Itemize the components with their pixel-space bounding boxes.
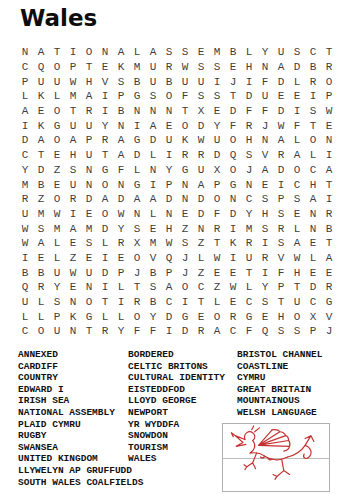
grid-cell: N: [257, 133, 273, 148]
grid-cell: F: [257, 104, 273, 119]
grid-cell: S: [209, 60, 225, 75]
grid-cell: U: [17, 207, 33, 222]
grid-cell: U: [49, 324, 65, 339]
grid-cell: C: [241, 295, 257, 310]
grid-cell: S: [193, 60, 209, 75]
grid-cell: O: [161, 89, 177, 104]
grid-cell: Z: [193, 236, 209, 251]
grid-cell: H: [289, 265, 305, 280]
grid-cell: I: [257, 236, 273, 251]
grid-cell: E: [209, 265, 225, 280]
grid-cell: W: [289, 251, 305, 266]
grid-cell: J: [321, 324, 337, 339]
grid-cell: E: [81, 251, 97, 266]
word-list-item: BORDERED: [128, 349, 225, 361]
grid-cell: E: [65, 236, 81, 251]
grid-cell: Y: [161, 163, 177, 178]
grid-cell: U: [257, 89, 273, 104]
grid-cell: I: [97, 89, 113, 104]
grid-cell: H: [241, 60, 257, 75]
grid-cell: R: [17, 192, 33, 207]
grid-cell: Y: [257, 45, 273, 60]
grid-cell: A: [321, 251, 337, 266]
grid-cell: L: [97, 309, 113, 324]
grid-cell: D: [273, 74, 289, 89]
grid-cell: N: [257, 60, 273, 75]
grid-cell: U: [65, 177, 81, 192]
grid-cell: C: [17, 324, 33, 339]
word-list-item: WELSH LANGUAGE: [237, 407, 323, 419]
grid-cell: E: [305, 265, 321, 280]
word-list-item: WALES: [128, 453, 225, 465]
grid-cell: L: [241, 45, 257, 60]
grid-cell: I: [97, 104, 113, 119]
grid-cell: Y: [241, 207, 257, 222]
grid-cell: U: [33, 74, 49, 89]
grid-cell: F: [241, 104, 257, 119]
word-list-column-1: ANNEXEDCARDIFFCOUNTRYEDWARD IIRISH SEANA…: [18, 349, 143, 488]
grid-cell: O: [49, 104, 65, 119]
grid-cell: A: [129, 192, 145, 207]
grid-cell: O: [97, 207, 113, 222]
grid-cell: A: [113, 148, 129, 163]
grid-cell: S: [257, 192, 273, 207]
grid-cell: T: [129, 280, 145, 295]
grid-cell: E: [225, 60, 241, 75]
grid-cell: S: [273, 236, 289, 251]
word-list-item: PLAID CYMRU: [18, 419, 143, 431]
grid-cell: E: [97, 60, 113, 75]
grid-cell: N: [225, 192, 241, 207]
grid-cell: M: [81, 221, 97, 236]
grid-cell: D: [209, 148, 225, 163]
grid-cell: S: [193, 89, 209, 104]
word-list-item: LLYWELYN AP GRUFFUDD: [18, 465, 143, 477]
grid-cell: A: [193, 177, 209, 192]
grid-cell: O: [289, 163, 305, 178]
grid-cell: R: [225, 309, 241, 324]
grid-cell: A: [257, 163, 273, 178]
grid-cell: V: [145, 251, 161, 266]
word-list-item: RUGBY: [18, 430, 143, 442]
grid-cell: D: [193, 118, 209, 133]
grid-cell: D: [161, 309, 177, 324]
grid-cell: L: [289, 133, 305, 148]
grid-cell: W: [177, 60, 193, 75]
grid-cell: N: [161, 104, 177, 119]
grid-cell: E: [193, 45, 209, 60]
grid-cell: T: [81, 60, 97, 75]
grid-cell: U: [209, 133, 225, 148]
grid-cell: K: [225, 236, 241, 251]
grid-cell: B: [33, 177, 49, 192]
grid-cell: S: [177, 236, 193, 251]
grid-cell: T: [305, 118, 321, 133]
grid-cell: D: [225, 207, 241, 222]
grid-cell: P: [273, 192, 289, 207]
grid-cell: L: [305, 148, 321, 163]
grid-cell: P: [273, 280, 289, 295]
grid-cell: R: [257, 251, 273, 266]
grid-cell: E: [177, 207, 193, 222]
grid-cell: D: [273, 104, 289, 119]
grid-cell: I: [321, 192, 337, 207]
grid-cell: I: [97, 280, 113, 295]
grid-cell: O: [209, 309, 225, 324]
grid-cell: S: [257, 295, 273, 310]
grid-cell: U: [81, 148, 97, 163]
grid-cell: R: [273, 221, 289, 236]
grid-cell: G: [129, 177, 145, 192]
grid-cell: J: [129, 265, 145, 280]
grid-cell: Y: [113, 221, 129, 236]
grid-cell: P: [81, 133, 97, 148]
grid-cell: D: [81, 192, 97, 207]
grid-cell: I: [129, 118, 145, 133]
grid-cell: M: [241, 221, 257, 236]
grid-cell: R: [33, 280, 49, 295]
grid-cell: D: [97, 265, 113, 280]
grid-cell: N: [81, 280, 97, 295]
grid-cell: P: [49, 309, 65, 324]
grid-cell: N: [17, 45, 33, 60]
grid-cell: G: [225, 177, 241, 192]
grid-cell: D: [129, 148, 145, 163]
grid-cell: U: [193, 74, 209, 89]
grid-cell: R: [241, 236, 257, 251]
grid-cell: C: [193, 280, 209, 295]
word-list-item: GREAT BRITAIN: [237, 384, 323, 396]
grid-cell: N: [321, 133, 337, 148]
grid-cell: G: [97, 163, 113, 178]
grid-cell: I: [273, 177, 289, 192]
grid-cell: A: [145, 45, 161, 60]
grid-cell: A: [145, 118, 161, 133]
word-list-item: NEWPORT: [128, 407, 225, 419]
grid-cell: L: [33, 309, 49, 324]
grid-cell: A: [289, 236, 305, 251]
grid-cell: T: [273, 295, 289, 310]
grid-cell: N: [97, 45, 113, 60]
grid-cell: L: [113, 309, 129, 324]
grid-cell: U: [81, 265, 97, 280]
grid-cell: L: [129, 163, 145, 178]
grid-cell: R: [97, 133, 113, 148]
grid-cell: I: [241, 74, 257, 89]
grid-cell: L: [49, 251, 65, 266]
grid-cell: O: [209, 192, 225, 207]
grid-cell: E: [273, 89, 289, 104]
grid-cell: W: [209, 251, 225, 266]
grid-cell: K: [65, 309, 81, 324]
grid-cell: V: [321, 309, 337, 324]
grid-cell: A: [113, 133, 129, 148]
grid-cell: E: [33, 251, 49, 266]
grid-cell: L: [145, 207, 161, 222]
grid-cell: C: [305, 295, 321, 310]
grid-cell: H: [241, 133, 257, 148]
grid-cell: C: [305, 45, 321, 60]
grid-cell: F: [129, 324, 145, 339]
grid-cell: D: [161, 192, 177, 207]
grid-cell: U: [49, 74, 65, 89]
grid-cell: S: [161, 45, 177, 60]
grid-cell: B: [145, 265, 161, 280]
grid-cell: S: [49, 295, 65, 310]
grid-cell: N: [145, 163, 161, 178]
grid-cell: N: [113, 118, 129, 133]
grid-cell: R: [113, 236, 129, 251]
grid-cell: E: [113, 251, 129, 266]
grid-cell: S: [145, 89, 161, 104]
grid-cell: P: [161, 177, 177, 192]
grid-cell: F: [145, 324, 161, 339]
grid-cell: I: [113, 295, 129, 310]
grid-cell: G: [49, 118, 65, 133]
grid-cell: Z: [193, 265, 209, 280]
grid-cell: A: [33, 236, 49, 251]
grid-cell: N: [65, 324, 81, 339]
grid-cell: H: [81, 74, 97, 89]
grid-cell: U: [161, 133, 177, 148]
grid-cell: O: [321, 74, 337, 89]
grid-cell: E: [321, 118, 337, 133]
grid-cell: A: [273, 60, 289, 75]
grid-cell: M: [209, 45, 225, 60]
grid-cell: L: [49, 89, 65, 104]
grid-cell: O: [49, 133, 65, 148]
grid-cell: U: [273, 45, 289, 60]
grid-cell: I: [225, 221, 241, 236]
grid-cell: L: [209, 295, 225, 310]
grid-cell: U: [65, 118, 81, 133]
grid-cell: I: [161, 324, 177, 339]
grid-cell: N: [177, 177, 193, 192]
grid-cell: P: [161, 265, 177, 280]
grid-cell: E: [225, 265, 241, 280]
grid-cell: E: [289, 89, 305, 104]
grid-cell: P: [305, 324, 321, 339]
grid-cell: M: [129, 60, 145, 75]
grid-cell: M: [17, 177, 33, 192]
grid-cell: V: [273, 251, 289, 266]
grid-cell: O: [97, 177, 113, 192]
grid-cell: U: [81, 118, 97, 133]
grid-cell: F: [225, 118, 241, 133]
word-list-item: CULTURAL IDENTITY: [128, 372, 225, 384]
grid-cell: H: [257, 207, 273, 222]
grid-cell: D: [305, 280, 321, 295]
grid-cell: L: [49, 236, 65, 251]
grid-cell: L: [97, 236, 113, 251]
grid-cell: S: [145, 280, 161, 295]
grid-cell: E: [161, 118, 177, 133]
grid-cell: W: [17, 221, 33, 236]
grid-cell: W: [321, 104, 337, 119]
grid-cell: O: [49, 192, 65, 207]
word-list-item: SNOWDON: [128, 430, 225, 442]
grid-cell: E: [321, 265, 337, 280]
grid-cell: W: [113, 207, 129, 222]
grid-cell: U: [145, 74, 161, 89]
grid-cell: I: [145, 177, 161, 192]
word-list-item: EISTEDDFOD: [128, 384, 225, 396]
grid-cell: P: [65, 60, 81, 75]
grid-cell: G: [241, 309, 257, 324]
grid-cell: T: [289, 280, 305, 295]
grid-cell: K: [33, 89, 49, 104]
grid-cell: N: [81, 163, 97, 178]
word-list-item: CELTIC BRITONS: [128, 361, 225, 373]
grid-cell: B: [33, 265, 49, 280]
grid-cell: R: [177, 148, 193, 163]
grid-cell: E: [305, 236, 321, 251]
grid-cell: D: [193, 207, 209, 222]
grid-cell: L: [289, 74, 305, 89]
grid-cell: D: [193, 192, 209, 207]
grid-cell: S: [177, 45, 193, 60]
grid-cell: I: [161, 148, 177, 163]
grid-cell: E: [145, 221, 161, 236]
grid-cell: U: [193, 163, 209, 178]
grid-cell: V: [257, 148, 273, 163]
grid-cell: T: [321, 177, 337, 192]
grid-cell: P: [17, 74, 33, 89]
grid-cell: C: [225, 324, 241, 339]
grid-cell: L: [113, 280, 129, 295]
grid-cell: E: [49, 177, 65, 192]
grid-cell: Q: [33, 60, 49, 75]
grid-cell: S: [273, 207, 289, 222]
grid-cell: A: [113, 45, 129, 60]
grid-cell: B: [145, 295, 161, 310]
grid-cell: E: [257, 309, 273, 324]
grid-cell: C: [17, 60, 33, 75]
grid-cell: B: [305, 60, 321, 75]
grid-cell: A: [145, 192, 161, 207]
grid-cell: Q: [17, 280, 33, 295]
grid-cell: D: [273, 163, 289, 178]
grid-cell: Z: [33, 192, 49, 207]
grid-cell: Y: [113, 324, 129, 339]
word-list-item: IRISH SEA: [18, 395, 143, 407]
grid-cell: T: [49, 45, 65, 60]
grid-cell: T: [321, 45, 337, 60]
grid-cell: A: [65, 221, 81, 236]
word-list-item: CYMRU: [237, 372, 323, 384]
grid-cell: O: [177, 118, 193, 133]
grid-cell: D: [241, 89, 257, 104]
grid-cell: W: [17, 236, 33, 251]
grid-cell: B: [17, 265, 33, 280]
grid-cell: T: [177, 104, 193, 119]
grid-cell: A: [17, 104, 33, 119]
grid-cell: N: [113, 177, 129, 192]
word-list-item: MOUNTAINOUS: [237, 395, 323, 407]
grid-cell: O: [81, 45, 97, 60]
grid-cell: K: [113, 60, 129, 75]
grid-cell: O: [305, 133, 321, 148]
word-list-item: YR WYDDFA: [128, 419, 225, 431]
grid-cell: O: [289, 309, 305, 324]
grid-cell: S: [289, 45, 305, 60]
grid-cell: L: [129, 45, 145, 60]
grid-cell: R: [305, 74, 321, 89]
word-list-item: COUNTRY: [18, 372, 143, 384]
grid-cell: E: [289, 207, 305, 222]
grid-cell: D: [225, 104, 241, 119]
grid-cell: E: [209, 104, 225, 119]
grid-cell: U: [17, 295, 33, 310]
grid-cell: R: [97, 324, 113, 339]
grid-cell: I: [65, 207, 81, 222]
grid-cell: I: [289, 104, 305, 119]
grid-cell: T: [33, 148, 49, 163]
grid-cell: Z: [49, 163, 65, 178]
grid-cell: H: [273, 309, 289, 324]
grid-cell: I: [17, 118, 33, 133]
grid-cell: C: [289, 177, 305, 192]
puzzle-title: Wales: [20, 5, 97, 31]
word-list-item: NATIONAL ASSEMBLY: [18, 407, 143, 419]
grid-cell: N: [129, 104, 145, 119]
grid-cell: N: [305, 221, 321, 236]
grid-cell: C: [305, 163, 321, 178]
grid-cell: V: [97, 74, 113, 89]
grid-cell: S: [257, 221, 273, 236]
grid-cell: D: [289, 60, 305, 75]
grid-cell: U: [145, 60, 161, 75]
welsh-flag: [222, 423, 330, 492]
grid-cell: I: [17, 251, 33, 266]
grid-cell: R: [241, 118, 257, 133]
grid-cell: Q: [257, 324, 273, 339]
grid-cell: E: [81, 207, 97, 222]
word-search-grid: NATIONALASSEMBLYUSCTCQOPTEKMURWSSEHNADBR…: [17, 45, 337, 339]
grid-cell: S: [289, 192, 305, 207]
grid-cell: S: [81, 236, 97, 251]
word-search-page: Wales NATIONALASSEMBLYUSCTCQOPTEKMURWSSE…: [0, 0, 354, 500]
grid-cell: A: [97, 192, 113, 207]
grid-cell: E: [225, 295, 241, 310]
grid-cell: L: [17, 89, 33, 104]
grid-cell: W: [193, 133, 209, 148]
grid-cell: C: [17, 148, 33, 163]
grid-cell: G: [81, 309, 97, 324]
grid-cell: D: [33, 163, 49, 178]
grid-cell: W: [65, 74, 81, 89]
grid-cell: W: [225, 280, 241, 295]
grid-cell: S: [241, 148, 257, 163]
grid-cell: S: [209, 89, 225, 104]
grid-cell: X: [305, 309, 321, 324]
grid-cell: A: [33, 45, 49, 60]
grid-cell: S: [273, 324, 289, 339]
grid-cell: R: [321, 207, 337, 222]
grid-cell: Y: [17, 163, 33, 178]
grid-cell: L: [33, 295, 49, 310]
grid-cell: L: [289, 221, 305, 236]
grid-cell: N: [305, 207, 321, 222]
grid-cell: M: [49, 221, 65, 236]
word-list-item: SOUTH WALES COALFIELDS: [18, 477, 143, 489]
grid-cell: L: [17, 309, 33, 324]
grid-cell: J: [225, 74, 241, 89]
grid-cell: L: [193, 251, 209, 266]
grid-cell: G: [177, 309, 193, 324]
grid-cell: T: [321, 236, 337, 251]
grid-cell: F: [209, 207, 225, 222]
